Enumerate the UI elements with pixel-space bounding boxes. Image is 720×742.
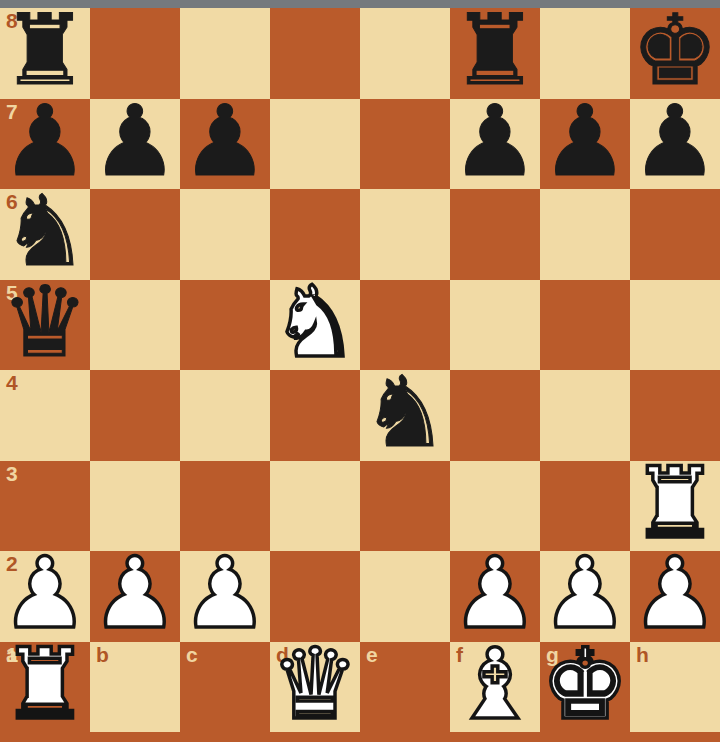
piece-white-pawn-c2[interactable]: ♟ <box>180 551 270 642</box>
piece-black-queen-a5[interactable]: ♛ <box>0 280 90 371</box>
piece-white-bishop-f1[interactable]: ♝ <box>450 642 540 733</box>
square-b7[interactable]: ♟ <box>90 99 180 190</box>
square-f5[interactable] <box>450 280 540 371</box>
square-g6[interactable] <box>540 189 630 280</box>
square-b1[interactable]: b <box>90 642 180 733</box>
square-a5[interactable]: 5♛ <box>0 280 90 371</box>
square-b4[interactable] <box>90 370 180 461</box>
square-c5[interactable] <box>180 280 270 371</box>
square-d3[interactable] <box>270 461 360 552</box>
square-d5[interactable]: ♞ <box>270 280 360 371</box>
piece-black-pawn-g7[interactable]: ♟ <box>540 99 630 190</box>
square-h1[interactable]: h <box>630 642 720 733</box>
piece-black-pawn-h7[interactable]: ♟ <box>630 99 720 190</box>
square-g5[interactable] <box>540 280 630 371</box>
square-c1[interactable]: c <box>180 642 270 733</box>
square-a4[interactable]: 4 <box>0 370 90 461</box>
piece-white-pawn-b2[interactable]: ♟ <box>90 551 180 642</box>
status-bar <box>0 0 720 8</box>
square-f7[interactable]: ♟ <box>450 99 540 190</box>
piece-black-pawn-f7[interactable]: ♟ <box>450 99 540 190</box>
square-f4[interactable] <box>450 370 540 461</box>
square-h5[interactable] <box>630 280 720 371</box>
chess-board: 8♜♜♚7♟♟♟♟♟♟6♞5♛♞4♞3♜2♟♟♟♟♟♟1a♜bcd♛ef♝g♚h <box>0 8 720 732</box>
square-d8[interactable] <box>270 8 360 99</box>
square-d1[interactable]: d♛ <box>270 642 360 733</box>
piece-white-knight-d5[interactable]: ♞ <box>270 280 360 371</box>
square-c4[interactable] <box>180 370 270 461</box>
square-b5[interactable] <box>90 280 180 371</box>
square-b6[interactable] <box>90 189 180 280</box>
square-f1[interactable]: f♝ <box>450 642 540 733</box>
square-e6[interactable] <box>360 189 450 280</box>
square-g7[interactable]: ♟ <box>540 99 630 190</box>
square-e7[interactable] <box>360 99 450 190</box>
square-e1[interactable]: e <box>360 642 450 733</box>
square-e8[interactable] <box>360 8 450 99</box>
piece-white-queen-d1[interactable]: ♛ <box>270 642 360 733</box>
square-e3[interactable] <box>360 461 450 552</box>
square-d4[interactable] <box>270 370 360 461</box>
square-g1[interactable]: g♚ <box>540 642 630 733</box>
piece-white-rook-a1[interactable]: ♜ <box>0 642 90 733</box>
square-e2[interactable] <box>360 551 450 642</box>
square-f6[interactable] <box>450 189 540 280</box>
square-c7[interactable]: ♟ <box>180 99 270 190</box>
piece-black-knight-e4[interactable]: ♞ <box>360 370 450 461</box>
square-d7[interactable] <box>270 99 360 190</box>
file-label-e: e <box>366 643 378 667</box>
piece-black-pawn-c7[interactable]: ♟ <box>180 99 270 190</box>
piece-white-pawn-h2[interactable]: ♟ <box>630 551 720 642</box>
piece-white-king-g1[interactable]: ♚ <box>540 642 630 733</box>
square-a1[interactable]: 1a♜ <box>0 642 90 733</box>
rank-label-3: 3 <box>6 462 18 486</box>
piece-black-pawn-b7[interactable]: ♟ <box>90 99 180 190</box>
square-e4[interactable]: ♞ <box>360 370 450 461</box>
square-c2[interactable]: ♟ <box>180 551 270 642</box>
square-h7[interactable]: ♟ <box>630 99 720 190</box>
square-h2[interactable]: ♟ <box>630 551 720 642</box>
square-b2[interactable]: ♟ <box>90 551 180 642</box>
square-g4[interactable] <box>540 370 630 461</box>
square-h6[interactable] <box>630 189 720 280</box>
app-screen: 8♜♜♚7♟♟♟♟♟♟6♞5♛♞4♞3♜2♟♟♟♟♟♟1a♜bcd♛ef♝g♚h <box>0 0 720 742</box>
square-c6[interactable] <box>180 189 270 280</box>
